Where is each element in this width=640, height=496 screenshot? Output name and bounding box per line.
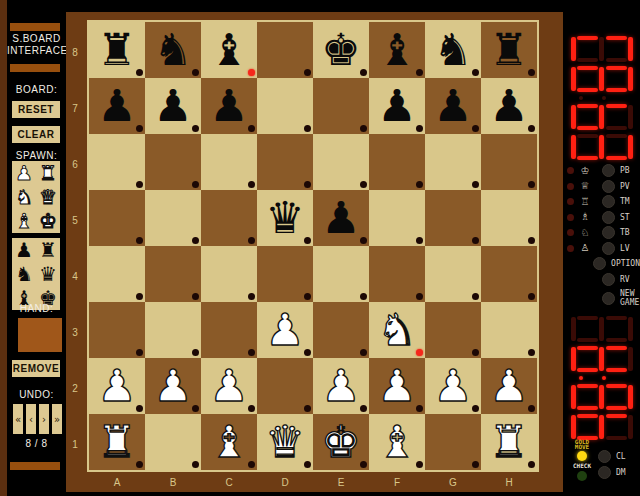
tm-led <box>567 198 574 205</box>
square-f3[interactable]: ♞ <box>369 302 425 358</box>
corner-dot-a8 <box>136 69 143 76</box>
square-h2[interactable]: ♟ <box>481 358 537 414</box>
corner-dot-b7 <box>192 125 199 132</box>
square-a4[interactable] <box>89 246 145 302</box>
corner-dot-f7 <box>416 125 423 132</box>
corner-dot-h2 <box>528 405 535 412</box>
option-button[interactable] <box>593 257 606 270</box>
spawn-panel-black: ♟♜♞♛♝♚ <box>12 238 60 310</box>
square-f8[interactable]: ♝ <box>369 22 425 78</box>
pb-button[interactable] <box>602 164 615 177</box>
file-label-c: C <box>201 476 257 490</box>
corner-dot-c6 <box>248 181 255 188</box>
square-b8[interactable]: ♞ <box>145 22 201 78</box>
corner-dot-d4 <box>304 293 311 300</box>
corner-dot-d5 <box>304 237 311 244</box>
board-section-label: BOARD: <box>7 84 66 95</box>
square-d2[interactable] <box>257 358 313 414</box>
corner-dot-e7 <box>360 125 367 132</box>
cl-label: CL <box>616 452 626 461</box>
square-b1[interactable] <box>145 414 201 470</box>
square-b7[interactable]: ♟ <box>145 78 201 134</box>
spawn-white-queen[interactable]: ♛ <box>36 185 60 209</box>
remove-button[interactable]: REMOVE <box>12 360 60 377</box>
knight-icon: ♘ <box>577 228 593 238</box>
file-label-f: F <box>369 476 425 490</box>
square-e6[interactable] <box>313 134 369 190</box>
corner-dot-g3 <box>472 349 479 356</box>
rank-label-1: 1 <box>66 416 84 472</box>
pb-led <box>567 167 574 174</box>
corner-dot-e4 <box>360 293 367 300</box>
indicator-row-pv: ♕PV <box>563 179 640 195</box>
red-marker-dot-c8 <box>248 69 255 76</box>
corner-dot-c1 <box>248 461 255 468</box>
corner-dot-e2 <box>360 405 367 412</box>
corner-dot-c3 <box>248 349 255 356</box>
spawn-black-knight[interactable]: ♞ <box>12 262 36 286</box>
square-e1[interactable]: ♚ <box>313 414 369 470</box>
square-d5[interactable]: ♛ <box>257 190 313 246</box>
corner-dot-d2 <box>304 405 311 412</box>
new-game-button[interactable] <box>602 292 615 305</box>
board-frame: 87654321 ♜♞♝♚♝♞♜♟♟♟♟♟♟♛♟♟♞♟♟♟♟♟♟♟♜♝♛♚♝♜ … <box>66 12 563 492</box>
square-c5[interactable] <box>201 190 257 246</box>
indicator-row-tb: ♘TB <box>563 225 640 241</box>
status-block: GOLD MOVE CHECK <box>566 439 598 483</box>
corner-dot-a4 <box>136 293 143 300</box>
undo-counter: 8 / 8 <box>7 438 66 449</box>
rank-labels: 87654321 <box>66 22 87 470</box>
clock-colon <box>571 96 633 100</box>
rook-icon: ♖ <box>577 197 593 207</box>
sidebar-bottom-bar <box>10 462 60 470</box>
square-g6[interactable] <box>425 134 481 190</box>
left-sidebar: S.BOARD INTERFACE BOARD: RESET CLEAR SPA… <box>7 0 66 496</box>
corner-dot-f1 <box>416 461 423 468</box>
corner-dot-a5 <box>136 237 143 244</box>
tb-button[interactable] <box>602 226 615 239</box>
corner-dot-b3 <box>192 349 199 356</box>
corner-dot-f4 <box>416 293 423 300</box>
corner-dot-e6 <box>360 181 367 188</box>
app-title-line1: S.BOARD <box>7 33 66 44</box>
red-marker-dot-f3 <box>416 349 423 356</box>
indicator-row-tm: ♖TM <box>563 194 640 210</box>
file-label-b: B <box>145 476 201 490</box>
pv-button[interactable] <box>602 180 615 193</box>
corner-dot-c5 <box>248 237 255 244</box>
corner-dot-e1 <box>360 461 367 468</box>
corner-dot-d3 <box>304 349 311 356</box>
file-labels: ABCDEFGH <box>89 476 537 490</box>
corner-dot-g7 <box>472 125 479 132</box>
corner-dot-h4 <box>528 293 535 300</box>
corner-dot-h8 <box>528 69 535 76</box>
title-bottom-bar <box>10 64 60 72</box>
lv-led <box>567 245 574 252</box>
indicator-row-rv: RV <box>563 272 640 288</box>
square-e8[interactable]: ♚ <box>313 22 369 78</box>
square-c6[interactable] <box>201 134 257 190</box>
file-label-h: H <box>481 476 537 490</box>
clock-digit-1 <box>571 36 633 62</box>
pv-led <box>567 183 574 190</box>
rank-label-7: 7 <box>66 80 84 136</box>
undo-first-button[interactable]: « <box>13 404 23 434</box>
st-button[interactable] <box>602 211 615 224</box>
square-b3[interactable] <box>145 302 201 358</box>
square-h8[interactable]: ♜ <box>481 22 537 78</box>
file-label-a: A <box>89 476 145 490</box>
new-game-label: NEW GAME <box>620 289 639 307</box>
square-b5[interactable] <box>145 190 201 246</box>
corner-dot-a3 <box>136 349 143 356</box>
corner-dot-d6 <box>304 181 311 188</box>
undo-section-label: UNDO: <box>7 389 66 400</box>
square-a6[interactable] <box>89 134 145 190</box>
corner-dot-g8 <box>472 69 479 76</box>
square-h1[interactable]: ♜ <box>481 414 537 470</box>
cl-row: CL <box>598 449 626 464</box>
corner-dot-a7 <box>136 125 143 132</box>
check-label: CHECK <box>566 463 598 469</box>
square-g7[interactable]: ♟ <box>425 78 481 134</box>
reset-button[interactable]: RESET <box>12 101 60 118</box>
rv-button[interactable] <box>602 273 615 286</box>
rank-label-5: 5 <box>66 192 84 248</box>
corner-dot-a1 <box>136 461 143 468</box>
undo-controls: «‹›» <box>13 404 62 434</box>
file-label-d: D <box>257 476 313 490</box>
option-label: OPTION <box>611 259 640 268</box>
square-a5[interactable] <box>89 190 145 246</box>
clock-digit-3 <box>571 384 633 410</box>
square-d6[interactable] <box>257 134 313 190</box>
square-h7[interactable]: ♟ <box>481 78 537 134</box>
square-h4[interactable] <box>481 246 537 302</box>
rank-label-6: 6 <box>66 136 84 192</box>
tm-button[interactable] <box>602 195 615 208</box>
spawn-black-pawn[interactable]: ♟ <box>12 238 36 262</box>
rank-label-2: 2 <box>66 360 84 416</box>
pv-label: PV <box>620 182 630 191</box>
square-d7[interactable] <box>257 78 313 134</box>
board-squares: ♜♞♝♚♝♞♜♟♟♟♟♟♟♛♟♟♞♟♟♟♟♟♟♟♜♝♛♚♝♜ <box>87 20 539 472</box>
spawn-section-label: SPAWN: <box>7 150 66 161</box>
square-f2[interactable]: ♟ <box>369 358 425 414</box>
spawn-white-bishop[interactable]: ♝ <box>12 209 36 233</box>
spawn-white-pawn[interactable]: ♟ <box>12 161 36 185</box>
corner-dot-b5 <box>192 237 199 244</box>
clock-bottom <box>571 316 633 440</box>
clock-digit-3 <box>571 104 633 130</box>
square-c4[interactable] <box>201 246 257 302</box>
corner-dot-h6 <box>528 181 535 188</box>
king-icon: ♔ <box>577 166 593 176</box>
corner-dot-g2 <box>472 405 479 412</box>
square-f6[interactable] <box>369 134 425 190</box>
spawn-black-rook[interactable]: ♜ <box>36 238 60 262</box>
app-title-line2: INTERFACE <box>7 45 66 56</box>
rank-label-4: 4 <box>66 248 84 304</box>
gold-move-led <box>577 451 587 461</box>
hand-slot[interactable] <box>18 318 62 352</box>
rv-label: RV <box>620 275 630 284</box>
square-a7[interactable]: ♟ <box>89 78 145 134</box>
corner-dot-g5 <box>472 237 479 244</box>
indicator-row-st: ♗ST <box>563 210 640 226</box>
clock-digit-2 <box>571 346 633 372</box>
corner-dot-d8 <box>304 69 311 76</box>
check-led <box>577 471 587 481</box>
square-g5[interactable] <box>425 190 481 246</box>
spawn-white-king[interactable]: ♚ <box>36 209 60 233</box>
hand-section-label: HAND: <box>7 303 66 314</box>
pb-label: PB <box>620 166 630 175</box>
square-b4[interactable] <box>145 246 201 302</box>
corner-dot-b4 <box>192 293 199 300</box>
pawn-icon: ♙ <box>577 243 593 253</box>
square-g2[interactable]: ♟ <box>425 358 481 414</box>
corner-dot-d7 <box>304 125 311 132</box>
tm-label: TM <box>620 197 630 206</box>
bishop-icon: ♗ <box>577 212 593 222</box>
title-top-bar <box>10 23 60 31</box>
indicator-row-lv: ♙LV <box>563 241 640 257</box>
dm-row: DM <box>598 465 626 480</box>
square-a2[interactable]: ♟ <box>89 358 145 414</box>
square-d8[interactable] <box>257 22 313 78</box>
corner-dot-h5 <box>528 237 535 244</box>
spawn-white-rook[interactable]: ♜ <box>36 161 60 185</box>
square-g1[interactable] <box>425 414 481 470</box>
corner-dot-e3 <box>360 349 367 356</box>
indicator-row-new-game: NEW GAME <box>563 287 640 309</box>
cl-button[interactable] <box>598 450 611 463</box>
corner-dot-f8 <box>416 69 423 76</box>
spawn-panel-white: ♟♜♞♛♝♚ <box>12 161 60 233</box>
corner-dot-e8 <box>360 69 367 76</box>
indicator-row-pb: ♔PB <box>563 163 640 179</box>
clock-digit-4 <box>571 134 633 160</box>
square-h5[interactable] <box>481 190 537 246</box>
square-g4[interactable] <box>425 246 481 302</box>
square-c1[interactable]: ♝ <box>201 414 257 470</box>
square-c7[interactable]: ♟ <box>201 78 257 134</box>
square-e2[interactable]: ♟ <box>313 358 369 414</box>
square-f5[interactable] <box>369 190 425 246</box>
chessboard-interface-app: S.BOARD INTERFACE BOARD: RESET CLEAR SPA… <box>0 0 640 496</box>
clear-button[interactable]: CLEAR <box>12 126 60 143</box>
square-a8[interactable]: ♜ <box>89 22 145 78</box>
file-label-g: G <box>425 476 481 490</box>
square-b6[interactable] <box>145 134 201 190</box>
square-a1[interactable]: ♜ <box>89 414 145 470</box>
indicator-panel: ♔PB♕PV♖TM♗ST♘TB♙LVOPTIONRVNEW GAME <box>563 163 640 309</box>
left-edge-strip <box>0 0 7 496</box>
corner-dot-f6 <box>416 181 423 188</box>
clock-top <box>571 36 633 160</box>
corner-dot-b6 <box>192 181 199 188</box>
clock-digit-4 <box>571 414 633 440</box>
gold-move-label-line2: MOVE <box>566 444 598 449</box>
corner-dot-b2 <box>192 405 199 412</box>
square-d1[interactable]: ♛ <box>257 414 313 470</box>
corner-dot-a6 <box>136 181 143 188</box>
corner-dot-h7 <box>528 125 535 132</box>
square-g3[interactable] <box>425 302 481 358</box>
corner-dot-c2 <box>248 405 255 412</box>
corner-dot-d1 <box>304 461 311 468</box>
tb-led <box>567 229 574 236</box>
square-h6[interactable] <box>481 134 537 190</box>
spawn-white-knight[interactable]: ♞ <box>12 185 36 209</box>
square-e5[interactable]: ♟ <box>313 190 369 246</box>
square-e7[interactable] <box>313 78 369 134</box>
corner-dot-h3 <box>528 349 535 356</box>
corner-dot-g4 <box>472 293 479 300</box>
undo-last-button[interactable]: » <box>52 404 62 434</box>
square-b2[interactable]: ♟ <box>145 358 201 414</box>
corner-dot-f5 <box>416 237 423 244</box>
square-f4[interactable] <box>369 246 425 302</box>
square-a3[interactable] <box>89 302 145 358</box>
corner-dot-g1 <box>472 461 479 468</box>
lv-button[interactable] <box>602 242 615 255</box>
square-f7[interactable]: ♟ <box>369 78 425 134</box>
corner-dot-f2 <box>416 405 423 412</box>
square-d3[interactable]: ♟ <box>257 302 313 358</box>
st-led <box>567 214 574 221</box>
dm-button[interactable] <box>598 466 611 479</box>
dm-label: DM <box>616 468 626 477</box>
corner-dot-g6 <box>472 181 479 188</box>
corner-dot-b1 <box>192 461 199 468</box>
corner-dot-a2 <box>136 405 143 412</box>
square-e3[interactable] <box>313 302 369 358</box>
clock-digit-2 <box>571 66 633 92</box>
corner-dot-h1 <box>528 461 535 468</box>
square-c2[interactable]: ♟ <box>201 358 257 414</box>
square-d4[interactable] <box>257 246 313 302</box>
spawn-black-queen[interactable]: ♛ <box>36 262 60 286</box>
corner-dot-c7 <box>248 125 255 132</box>
tb-label: TB <box>620 228 630 237</box>
clock-colon <box>571 376 633 380</box>
square-f1[interactable]: ♝ <box>369 414 425 470</box>
square-c3[interactable] <box>201 302 257 358</box>
file-label-e: E <box>313 476 369 490</box>
corner-dot-b8 <box>192 69 199 76</box>
queen-icon: ♕ <box>577 181 593 191</box>
corner-dot-e5 <box>360 237 367 244</box>
undo-back-button[interactable]: ‹ <box>26 404 36 434</box>
lv-label: LV <box>620 244 630 253</box>
st-label: ST <box>620 213 630 222</box>
square-e4[interactable] <box>313 246 369 302</box>
rank-label-3: 3 <box>66 304 84 360</box>
square-h3[interactable] <box>481 302 537 358</box>
rank-label-8: 8 <box>66 24 84 80</box>
square-g8[interactable]: ♞ <box>425 22 481 78</box>
indicator-row-option: OPTION <box>563 256 640 272</box>
right-sidebar: ♔PB♕PV♖TM♗ST♘TB♙LVOPTIONRVNEW GAME GOLD … <box>563 0 640 496</box>
undo-forward-button[interactable]: › <box>39 404 49 434</box>
corner-dot-c4 <box>248 293 255 300</box>
clock-digit-1 <box>571 316 633 342</box>
square-c8[interactable]: ♝ <box>201 22 257 78</box>
